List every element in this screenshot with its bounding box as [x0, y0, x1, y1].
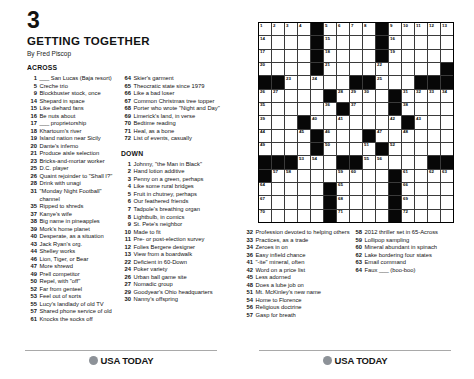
clue-text: Faux ___ (boo-boo) — [365, 267, 466, 275]
grid-cell[interactable] — [311, 196, 323, 208]
cell-number: 49 — [260, 143, 265, 147]
cell-number: 55 — [364, 157, 369, 161]
grid-cell[interactable]: 41 — [337, 116, 349, 128]
grid-cell[interactable]: 66 — [402, 183, 414, 195]
grid-cell-black — [389, 170, 401, 182]
grid-cell[interactable]: 62 — [428, 170, 440, 182]
clue-number: 7 — [121, 206, 134, 214]
clue-number: 17 — [27, 120, 40, 128]
grid-cell[interactable] — [272, 63, 284, 75]
grid-cell[interactable] — [272, 196, 284, 208]
cell-number: 19 — [390, 50, 395, 54]
clue-text: Repel, with "off" — [40, 278, 124, 286]
clue-text: Deficient in 60-Down — [134, 259, 223, 267]
grid-cell[interactable] — [272, 103, 284, 115]
grid-cell[interactable]: 25 — [376, 76, 388, 88]
grid-cell[interactable] — [415, 50, 427, 62]
grid-cell[interactable] — [415, 183, 427, 195]
clue-number: 33 — [243, 237, 256, 245]
grid-cell[interactable] — [324, 76, 336, 88]
grid-cell[interactable] — [441, 183, 453, 195]
grid-cell[interactable] — [441, 50, 453, 62]
grid-cell-black — [272, 76, 284, 88]
clue-text: List of events, casually — [134, 135, 223, 143]
grid-cell[interactable] — [350, 196, 362, 208]
grid-cell[interactable]: 5 — [324, 23, 336, 35]
grid-cell[interactable]: 36 — [324, 103, 336, 115]
clue-column-2: 64Skier's garment65Theocratic state sinc… — [121, 75, 222, 304]
clue-text: "-ite" mineral, often — [256, 259, 356, 267]
grid-cell[interactable] — [389, 156, 401, 168]
clue-item: 19Island nation near Sicily — [27, 135, 123, 143]
grid-cell[interactable] — [389, 63, 401, 75]
grid-cell[interactable] — [415, 63, 427, 75]
cell-number: 54 — [312, 157, 317, 161]
grid-cell[interactable] — [350, 183, 362, 195]
clue-item: 53Feel out of sorts — [27, 293, 123, 301]
grid-cell-black — [259, 156, 271, 168]
grid-cell[interactable]: 59 — [337, 170, 349, 182]
grid-cell[interactable] — [376, 210, 388, 222]
grid-cell[interactable]: 23 — [285, 76, 297, 88]
clue-text: 2012 thriller set in 65-Across — [365, 229, 466, 237]
grid-cell[interactable] — [311, 183, 323, 195]
clue-number: 69 — [121, 113, 134, 121]
grid-cell[interactable] — [350, 143, 362, 155]
grid-cell[interactable] — [363, 50, 375, 62]
grid-cell[interactable]: 3 — [285, 23, 297, 35]
grid-cell[interactable] — [402, 76, 414, 88]
grid-cell[interactable] — [363, 63, 375, 75]
grid-cell[interactable] — [441, 36, 453, 48]
grid-cell[interactable] — [363, 196, 375, 208]
grid-cell-black — [259, 170, 271, 182]
cell-number: 7 — [351, 24, 353, 28]
clue-text: Jack Ryan's org. — [40, 241, 124, 249]
grid-cell[interactable] — [337, 36, 349, 48]
grid-cell[interactable]: 38 — [402, 103, 414, 115]
grid-cell[interactable]: 63 — [441, 170, 453, 182]
grid-cell[interactable] — [428, 143, 440, 155]
clue-item: 57Shared phone service of old — [27, 308, 123, 316]
grid-cell[interactable] — [272, 210, 284, 222]
grid-cell[interactable]: 47 — [376, 130, 388, 142]
footer-left: USA TODAY — [25, 350, 217, 366]
clue-item: 48Does a lube job on — [243, 282, 355, 290]
grid-cell[interactable] — [376, 183, 388, 195]
grid-cell[interactable]: 34 — [441, 90, 453, 102]
grid-cell[interactable]: 6 — [337, 23, 349, 35]
grid-cell[interactable] — [285, 116, 297, 128]
grid-cell-black — [311, 63, 323, 75]
grid-cell[interactable]: 9 — [389, 23, 401, 35]
grid-cell[interactable]: 22 — [376, 63, 388, 75]
grid-cell[interactable] — [389, 76, 401, 88]
clue-item: 27Nomadic group — [121, 281, 222, 289]
grid-cell[interactable]: 49 — [259, 143, 271, 155]
grid-cell[interactable]: 64 — [259, 183, 271, 195]
grid-cell[interactable] — [402, 36, 414, 48]
grid-cell[interactable]: 70 — [259, 210, 271, 222]
grid-cell[interactable] — [402, 156, 414, 168]
grid-cell[interactable]: 24 — [311, 76, 323, 88]
clue-item: 5Fruit in chutney, perhaps — [121, 191, 222, 199]
cell-number: 28 — [338, 90, 343, 94]
clue-text: ___ San Lucas (Baja resort) — [40, 75, 124, 83]
grid-cell[interactable] — [298, 103, 310, 115]
clue-item: 9Blockbuster stock, once — [27, 90, 123, 98]
grid-cell[interactable] — [428, 50, 440, 62]
grid-cell[interactable] — [363, 103, 375, 115]
grid-cell[interactable] — [298, 210, 310, 222]
grid-cell[interactable] — [285, 196, 297, 208]
grid-cell[interactable] — [285, 103, 297, 115]
grid-cell[interactable] — [311, 210, 323, 222]
clue-number: 36 — [243, 252, 256, 260]
grid-cell[interactable] — [376, 170, 388, 182]
clue-text: Mork's home planet — [40, 226, 124, 234]
clue-text: Zeroes in on — [256, 244, 356, 252]
grid-cell[interactable] — [298, 50, 310, 62]
grid-cell[interactable]: 10 — [402, 23, 414, 35]
grid-cell[interactable] — [285, 63, 297, 75]
clue-text: Word on a price list — [256, 267, 356, 275]
cell-number: 40 — [312, 117, 317, 121]
grid-cell[interactable]: 67 — [259, 196, 271, 208]
clue-text: Urban ball game site — [134, 274, 223, 282]
clue-item: 10Made to fit — [121, 229, 222, 237]
grid-cell[interactable]: 2 — [272, 23, 284, 35]
grid-cell[interactable] — [272, 50, 284, 62]
grid-cell[interactable] — [415, 196, 427, 208]
grid-cell[interactable]: 46 — [324, 130, 336, 142]
grid-cell[interactable] — [272, 183, 284, 195]
grid-cell[interactable]: 55 — [363, 156, 375, 168]
grid-cell[interactable] — [441, 103, 453, 115]
grid-cell[interactable] — [337, 50, 349, 62]
clue-text: Limerick's land, in verse — [134, 113, 223, 121]
grid-cell[interactable]: 72 — [402, 210, 414, 222]
grid-cell[interactable]: 53 — [298, 156, 310, 168]
cell-number: 15 — [325, 37, 330, 41]
grid-cell[interactable] — [298, 63, 310, 75]
clue-number: 9 — [27, 90, 40, 98]
grid-cell[interactable] — [311, 103, 323, 115]
grid-cell[interactable] — [285, 36, 297, 48]
clue-text: Mineral abundant in spinach — [365, 244, 466, 252]
grid-cell[interactable] — [376, 116, 388, 128]
clue-text: Penny on a green, perhaps — [134, 176, 223, 184]
grid-cell[interactable]: 29 — [350, 90, 362, 102]
grid-cell[interactable] — [350, 130, 362, 142]
grid-cell[interactable]: 35 — [259, 103, 271, 115]
cell-number: 26 — [260, 90, 265, 94]
clue-item: 29Goodyear's Ohio headquarters — [121, 289, 222, 297]
grid-cell[interactable]: 27 — [272, 90, 284, 102]
grid-cell[interactable]: 52 — [389, 143, 401, 155]
grid-cell[interactable] — [428, 36, 440, 48]
grid-cell[interactable] — [363, 116, 375, 128]
clue-text: Kanye's wife — [40, 211, 124, 219]
grid-cell[interactable] — [350, 63, 362, 75]
clue-text: Theocratic state since 1979 — [134, 83, 223, 91]
clue-number: 24 — [121, 266, 134, 274]
grid-cell[interactable] — [350, 116, 362, 128]
clue-text: "Monday Night Football" channel — [40, 188, 124, 203]
clue-item: 21Produce aisle selection — [27, 150, 123, 158]
grid-cell[interactable]: 7 — [350, 23, 362, 35]
grid-cell[interactable]: 57 — [272, 170, 284, 182]
clue-text: Bedtime reading — [134, 120, 223, 128]
grid-cell[interactable]: 26 — [259, 90, 271, 102]
grid-cell[interactable] — [298, 36, 310, 48]
clue-number: 64 — [352, 267, 365, 275]
grid-cell[interactable] — [441, 210, 453, 222]
grid-cell[interactable] — [428, 130, 440, 142]
grid-cell-black — [311, 36, 323, 48]
grid-cell[interactable]: 1 — [259, 23, 271, 35]
grid-cell[interactable]: 44 — [259, 130, 271, 142]
clue-number: 23 — [27, 158, 40, 166]
grid-cell[interactable] — [428, 196, 440, 208]
grid-cell[interactable] — [298, 183, 310, 195]
clue-text: Lollipop sampling — [365, 237, 466, 245]
grid-cell[interactable]: 56 — [376, 156, 388, 168]
clue-number: 26 — [27, 173, 40, 181]
grid-cell[interactable] — [415, 103, 427, 115]
cell-number: 50 — [325, 143, 330, 147]
grid-cell[interactable] — [441, 116, 453, 128]
grid-cell[interactable] — [272, 130, 284, 142]
cell-number: 3 — [286, 24, 288, 28]
grid-cell[interactable]: 20 — [259, 63, 271, 75]
grid-cell[interactable] — [285, 50, 297, 62]
grid-cell[interactable]: 39 — [259, 116, 271, 128]
clue-number: 34 — [243, 244, 256, 252]
cell-number: 47 — [377, 130, 382, 134]
grid-cell[interactable]: 37 — [350, 103, 362, 115]
grid-cell[interactable] — [285, 183, 297, 195]
grid-cell[interactable] — [298, 76, 310, 88]
grid-cell[interactable] — [324, 156, 336, 168]
cell-number: 64 — [260, 183, 265, 187]
clue-item: 35Ripped to shreds — [27, 203, 123, 211]
clue-item: 17___ proprietorship — [27, 120, 123, 128]
grid-cell[interactable] — [324, 170, 336, 182]
clue-number: 28 — [27, 180, 40, 188]
grid-cell-black — [259, 76, 271, 88]
grid-cell[interactable] — [298, 196, 310, 208]
grid-cell[interactable] — [415, 156, 427, 168]
grid-cell[interactable] — [415, 210, 427, 222]
clue-text: D.C. player — [40, 165, 124, 173]
clue-text: Nanny's offspring — [134, 296, 223, 304]
clue-number: 65 — [121, 83, 134, 91]
grid-cell[interactable] — [415, 36, 427, 48]
grid-cell[interactable] — [298, 170, 310, 182]
grid-cell[interactable]: 50 — [324, 143, 336, 155]
grid-cell[interactable] — [441, 130, 453, 142]
grid-cell[interactable] — [402, 143, 414, 155]
grid-cell[interactable]: 68 — [337, 196, 349, 208]
grid-cell[interactable]: 11 — [415, 23, 427, 35]
grid-cell[interactable]: 65 — [337, 183, 349, 195]
grid-cell[interactable] — [376, 103, 388, 115]
grid-cell[interactable] — [363, 170, 375, 182]
clue-item: 69Limerick's land, in verse — [121, 113, 222, 121]
clue-item: 55Lucy's landlady of old TV — [27, 301, 123, 309]
usatoday-circle-icon — [89, 356, 98, 365]
cell-number: 31 — [403, 90, 408, 94]
grid-cell[interactable] — [285, 130, 297, 142]
clue-text: Like diehard fans — [40, 105, 124, 113]
clue-item: 4Like some rural bridges — [121, 183, 222, 191]
clue-number: 47 — [27, 263, 40, 271]
grid-cell[interactable]: 54 — [311, 156, 323, 168]
grid-cell[interactable]: 61 — [402, 170, 414, 182]
grid-cell[interactable] — [311, 90, 323, 102]
clue-item: 52Far from genteel — [27, 286, 123, 294]
clue-text: Made to fit — [134, 229, 223, 237]
across-clue-list-continued: 64Skier's garment65Theocratic state sinc… — [121, 75, 222, 143]
clue-item: 47More shrewd — [27, 263, 123, 271]
grid-cell-black — [389, 103, 401, 115]
grid-cell[interactable]: 21 — [324, 63, 336, 75]
cell-number: 46 — [325, 130, 330, 134]
clue-number: 62 — [352, 252, 365, 260]
grid-cell[interactable]: 43 — [415, 116, 427, 128]
grid-cell[interactable]: 42 — [389, 116, 401, 128]
grid-cell[interactable] — [428, 63, 440, 75]
grid-cell[interactable]: 13 — [441, 23, 453, 35]
grid-cell[interactable]: 60 — [350, 170, 362, 182]
grid-cell[interactable] — [272, 116, 284, 128]
grid-cell[interactable] — [428, 103, 440, 115]
clue-text: Fruit in chutney, perhaps — [134, 191, 223, 199]
grid-cell[interactable] — [285, 210, 297, 222]
grid-cell[interactable]: 69 — [402, 196, 414, 208]
grid-cell[interactable] — [285, 143, 297, 155]
footer-rule — [259, 350, 451, 351]
cell-number: 8 — [364, 24, 366, 28]
grid-cell[interactable] — [441, 143, 453, 155]
cell-number: 60 — [351, 170, 356, 174]
grid-cell[interactable]: 18 — [324, 50, 336, 62]
grid-cell[interactable]: 45 — [298, 130, 310, 142]
grid-cell[interactable]: 30 — [363, 90, 375, 102]
grid-cell[interactable] — [376, 90, 388, 102]
grid-cell[interactable]: 71 — [337, 210, 349, 222]
grid-cell[interactable] — [311, 170, 323, 182]
grid-cell[interactable]: 12 — [428, 23, 440, 35]
grid-cell[interactable]: 58 — [285, 170, 297, 182]
clue-number: 39 — [27, 226, 40, 234]
clue-text: Far from genteel — [40, 286, 124, 294]
grid-cell[interactable]: 4 — [298, 23, 310, 35]
grid-cell[interactable] — [402, 63, 414, 75]
cell-number: 29 — [351, 90, 356, 94]
down-clue-list-continued: 32Profession devoted to helping others33… — [243, 229, 355, 319]
grid-cell[interactable]: 15 — [324, 36, 336, 48]
clue-number: 71 — [121, 128, 134, 136]
grid-cell[interactable]: 14 — [259, 36, 271, 48]
grid-cell[interactable] — [272, 36, 284, 48]
grid-cell[interactable]: 28 — [337, 90, 349, 102]
cell-number: 22 — [377, 63, 382, 67]
grid-cell[interactable] — [415, 143, 427, 155]
grid-cell[interactable] — [272, 143, 284, 155]
clue-text: Produce aisle selection — [40, 150, 124, 158]
grid-cell[interactable]: 17 — [259, 50, 271, 62]
grid-cell[interactable] — [363, 210, 375, 222]
grid-cell-black — [311, 23, 323, 35]
grid-cell[interactable] — [324, 116, 336, 128]
grid-cell[interactable] — [337, 76, 349, 88]
clue-number: 49 — [27, 271, 40, 279]
grid-cell[interactable] — [363, 183, 375, 195]
grid-cell-black — [389, 210, 401, 222]
cell-number: 56 — [377, 157, 382, 161]
clue-number: 5 — [121, 191, 134, 199]
grid-cell[interactable] — [428, 116, 440, 128]
clue-number: 10 — [121, 229, 134, 237]
grid-cell[interactable] — [350, 36, 362, 48]
grid-cell[interactable] — [337, 143, 349, 155]
clue-text: Shared phone service of old — [40, 308, 124, 316]
grid-cell[interactable]: 32 — [415, 90, 427, 102]
grid-cell[interactable]: 33 — [428, 90, 440, 102]
grid-cell[interactable]: 51 — [363, 143, 375, 155]
clue-item: 60Mineral abundant in spinach — [352, 244, 465, 252]
grid-cell[interactable] — [415, 170, 427, 182]
grid-cell-black — [441, 63, 453, 75]
grid-cell[interactable] — [298, 143, 310, 155]
grid-cell[interactable] — [441, 196, 453, 208]
clue-item: 13View from a boardwalk — [121, 251, 222, 259]
grid-cell[interactable]: 19 — [389, 50, 401, 62]
puzzle-byline: By Fred Piscop — [27, 50, 150, 57]
clue-item: 2Hand lotion additive — [121, 168, 222, 176]
grid-cell[interactable] — [376, 196, 388, 208]
grid-cell[interactable]: 31 — [402, 90, 414, 102]
grid-cell[interactable] — [298, 90, 310, 102]
cell-number: 66 — [403, 183, 408, 187]
grid-cell[interactable]: 16 — [389, 36, 401, 48]
grid-cell[interactable] — [428, 183, 440, 195]
grid-cell[interactable] — [428, 210, 440, 222]
clue-item: 63Email command — [352, 259, 465, 267]
grid-cell-black — [311, 130, 323, 142]
grid-cell-black — [389, 196, 401, 208]
clue-item: 1Johnny, "the Man in Black" — [121, 161, 222, 169]
grid-cell[interactable] — [337, 130, 349, 142]
grid-cell[interactable]: 40 — [311, 116, 323, 128]
clue-item: 25D.C. player — [27, 165, 123, 173]
grid-cell[interactable]: 48 — [402, 130, 414, 142]
grid-cell[interactable]: 8 — [363, 23, 375, 35]
grid-cell[interactable] — [337, 63, 349, 75]
grid-cell[interactable] — [350, 210, 362, 222]
grid-cell-black — [376, 143, 388, 155]
crossword-grid: 1234567891011121314151617181920212223242… — [258, 22, 454, 223]
grid-cell[interactable] — [415, 130, 427, 142]
grid-cell[interactable] — [363, 36, 375, 48]
grid-cell[interactable] — [285, 90, 297, 102]
grid-cell[interactable] — [389, 130, 401, 142]
grid-cell[interactable] — [402, 50, 414, 62]
grid-cell[interactable] — [350, 50, 362, 62]
cell-number: 33 — [429, 90, 434, 94]
